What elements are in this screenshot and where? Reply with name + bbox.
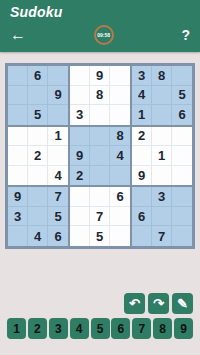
numpad-row: 1 2 3 4 5 6 7 8 9 [7,318,193,339]
redo-icon[interactable]: ↷ [148,293,169,314]
cell-r6c3[interactable]: 4 [48,166,68,186]
numpad-6[interactable]: 6 [111,318,130,339]
cell-r2c9[interactable]: 5 [172,86,192,106]
cell-r9c7[interactable] [132,226,152,246]
cell-r9c6[interactable] [110,226,130,246]
cell-r6c6[interactable] [110,166,130,186]
page-title: Sudoku [10,4,190,20]
cell-r4c3[interactable]: 1 [48,127,68,147]
cell-r7c1[interactable]: 9 [8,187,28,207]
sudoku-board: 6959833845161248942219973546675367 [5,63,195,249]
box-5: 8942 [69,126,131,187]
cell-r8c8[interactable] [152,207,172,227]
timer-badge: 09:58 [94,25,114,45]
numpad-1[interactable]: 1 [7,318,26,339]
cell-r6c8[interactable] [152,166,172,186]
cell-r7c8[interactable]: 3 [152,187,172,207]
cell-r7c2[interactable] [28,187,48,207]
cell-r5c8[interactable]: 1 [152,146,172,166]
cell-r8c2[interactable] [28,207,48,227]
box-4: 124 [7,126,69,187]
numpad-2[interactable]: 2 [28,318,47,339]
cell-r1c9[interactable] [172,66,192,86]
cell-r6c2[interactable] [28,166,48,186]
cell-r2c3[interactable]: 9 [48,86,68,106]
cell-r1c3[interactable] [48,66,68,86]
cell-r1c2[interactable]: 6 [28,66,48,86]
cell-r7c4[interactable] [70,187,90,207]
nav-row: ← 09:58 ? [10,25,190,45]
cell-r5c7[interactable] [132,146,152,166]
back-arrow-icon[interactable]: ← [10,27,26,43]
cell-r9c5[interactable]: 5 [90,226,110,246]
main-area: 6959833845161248942219973546675367 ↶ ↷ ✎… [0,52,200,355]
numpad-4[interactable]: 4 [70,318,89,339]
cell-r9c8[interactable]: 7 [152,226,172,246]
cell-r2c5[interactable]: 8 [90,86,110,106]
cell-r3c5[interactable] [90,105,110,125]
controls: ↶ ↷ ✎ 1 2 3 4 5 6 7 8 9 [7,293,193,339]
cell-r8c7[interactable]: 6 [132,207,152,227]
cell-r3c3[interactable] [48,105,68,125]
box-7: 973546 [7,186,69,247]
numpad-3[interactable]: 3 [49,318,68,339]
cell-r2c2[interactable] [28,86,48,106]
undo-icon[interactable]: ↶ [124,293,145,314]
cell-r4c6[interactable]: 8 [110,127,130,147]
cell-r6c1[interactable] [8,166,28,186]
action-row: ↶ ↷ ✎ [7,293,193,314]
cell-r2c1[interactable] [8,86,28,106]
cell-r5c3[interactable] [48,146,68,166]
cell-r4c1[interactable] [8,127,28,147]
cell-r8c3[interactable]: 5 [48,207,68,227]
cell-r4c4[interactable] [70,127,90,147]
cell-r5c9[interactable] [172,146,192,166]
cell-r7c5[interactable] [90,187,110,207]
cell-r3c7[interactable]: 1 [132,105,152,125]
cell-r4c7[interactable]: 2 [132,127,152,147]
cell-r9c9[interactable] [172,226,192,246]
numpad-8[interactable]: 8 [153,318,172,339]
cell-r6c5[interactable] [90,166,110,186]
box-6: 219 [131,126,193,187]
cell-r2c4[interactable] [70,86,90,106]
cell-r5c6[interactable]: 4 [110,146,130,166]
cell-r4c9[interactable] [172,127,192,147]
cell-r3c1[interactable] [8,105,28,125]
cell-r6c4[interactable]: 2 [70,166,90,186]
cell-r8c4[interactable] [70,207,90,227]
cell-r9c4[interactable] [70,226,90,246]
cell-r1c4[interactable] [70,66,90,86]
cell-r9c1[interactable] [8,226,28,246]
cell-r7c3[interactable]: 7 [48,187,68,207]
box-2: 983 [69,65,131,126]
cell-r1c6[interactable] [110,66,130,86]
cell-r5c5[interactable] [90,146,110,166]
cell-r3c9[interactable]: 6 [172,105,192,125]
help-icon[interactable]: ? [181,28,190,42]
cell-r1c8[interactable]: 8 [152,66,172,86]
cell-r9c3[interactable]: 6 [48,226,68,246]
cell-r6c9[interactable] [172,166,192,186]
cell-r5c1[interactable] [8,146,28,166]
cell-r7c7[interactable] [132,187,152,207]
cell-r4c5[interactable] [90,127,110,147]
cell-r3c2[interactable]: 5 [28,105,48,125]
cell-r1c5[interactable]: 9 [90,66,110,86]
cell-r5c2[interactable]: 2 [28,146,48,166]
cell-r2c6[interactable] [110,86,130,106]
cell-r8c6[interactable] [110,207,130,227]
cell-r8c9[interactable] [172,207,192,227]
numpad-5[interactable]: 5 [91,318,110,339]
cell-r6c7[interactable]: 9 [132,166,152,186]
cell-r7c6[interactable]: 6 [110,187,130,207]
cell-r3c4[interactable]: 3 [70,105,90,125]
numpad-9[interactable]: 9 [174,318,193,339]
box-8: 675 [69,186,131,247]
cell-r3c6[interactable] [110,105,130,125]
cell-r3c8[interactable] [152,105,172,125]
pencil-icon[interactable]: ✎ [172,293,193,314]
cell-r8c1[interactable]: 3 [8,207,28,227]
cell-r7c9[interactable] [172,187,192,207]
box-9: 367 [131,186,193,247]
app-header: Sudoku ← 09:58 ? [0,0,200,52]
cell-r1c7[interactable]: 3 [132,66,152,86]
numpad-7[interactable]: 7 [132,318,151,339]
cell-r4c8[interactable] [152,127,172,147]
cell-r9c2[interactable]: 4 [28,226,48,246]
cell-r5c4[interactable]: 9 [70,146,90,166]
cell-r2c7[interactable]: 4 [132,86,152,106]
cell-r1c1[interactable] [8,66,28,86]
cell-r4c2[interactable] [28,127,48,147]
box-1: 695 [7,65,69,126]
box-3: 384516 [131,65,193,126]
cell-r8c5[interactable]: 7 [90,207,110,227]
cell-r2c8[interactable] [152,86,172,106]
